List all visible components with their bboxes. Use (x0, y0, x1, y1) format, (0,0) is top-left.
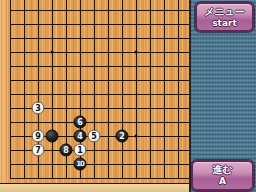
move-number: 9 (35, 132, 41, 140)
move-number: 6 (77, 118, 83, 126)
menu-button-label: メニュー (197, 5, 252, 18)
forward-button-key-hint: A (193, 176, 252, 187)
grid-line-vertical (24, 0, 25, 179)
grid-line-vertical (122, 0, 123, 179)
grid-line-horizontal (10, 24, 189, 25)
stone-black-f2: 10 (74, 158, 87, 171)
go-board[interactable]: 12345678910 (0, 0, 189, 192)
move-number: 8 (63, 146, 69, 154)
grid-line-horizontal (10, 164, 189, 165)
grid-line-vertical (178, 0, 179, 179)
grid-line-horizontal (10, 94, 189, 95)
grid-line-vertical (164, 0, 165, 179)
board-left-edge (1, 0, 7, 183)
stone-white-c4: 9 (32, 130, 45, 143)
star-point (135, 51, 138, 54)
move-number: 4 (77, 132, 83, 140)
stone-white-g4: 5 (88, 130, 101, 143)
go-game-screen: 12345678910 メニュー start 進む A (0, 0, 256, 192)
move-number: 1 (77, 146, 83, 154)
grid-line-horizontal (10, 52, 189, 53)
grid-line-horizontal (10, 80, 189, 81)
grid-line-vertical (94, 0, 95, 179)
stone-black-e3: 8 (60, 144, 73, 157)
star-point (135, 135, 138, 138)
stone-white-c6: 3 (32, 102, 45, 115)
grid-line-horizontal (10, 38, 189, 39)
grid-line-horizontal (10, 178, 189, 179)
move-number: 2 (119, 132, 125, 140)
stone-black-j4: 2 (116, 130, 129, 143)
star-point (51, 51, 54, 54)
stone-black-f4: 4 (74, 130, 87, 143)
stone-white-f3: 1 (74, 144, 87, 157)
grid-line-vertical (136, 0, 137, 179)
grid-line-vertical (52, 0, 53, 179)
grid-line-horizontal (10, 122, 189, 123)
move-number: 3 (35, 104, 41, 112)
move-number: 5 (91, 132, 97, 140)
grid-line-vertical (108, 0, 109, 179)
grid-line-vertical (10, 0, 11, 179)
move-number: 7 (35, 146, 41, 154)
move-number: 10 (76, 161, 84, 168)
forward-button-label: 進む (193, 163, 252, 176)
stone-white-c3: 7 (32, 144, 45, 157)
stone-black-d4 (46, 130, 59, 143)
menu-button-key-hint: start (197, 18, 252, 29)
menu-start-button[interactable]: メニュー start (195, 2, 254, 32)
grid-line-horizontal (10, 10, 189, 11)
stone-black-f5: 6 (74, 116, 87, 129)
grid-line-horizontal (10, 66, 189, 67)
forward-a-button[interactable]: 進む A (191, 160, 254, 191)
board-bottom-edge (0, 183, 189, 192)
grid-line-vertical (150, 0, 151, 179)
